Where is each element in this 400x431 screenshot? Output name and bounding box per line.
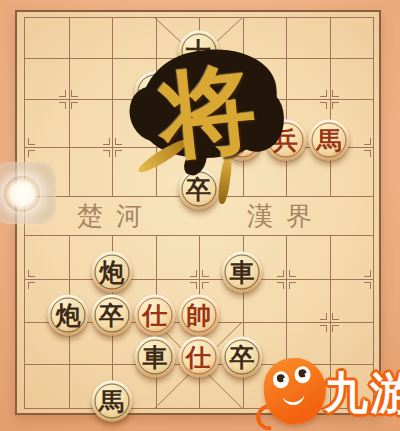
star-point-mark: [190, 138, 197, 145]
piece-glyph: 車: [230, 128, 255, 153]
star-point-mark: [202, 282, 209, 289]
star-point-mark: [71, 102, 78, 109]
star-point-mark: [28, 270, 35, 277]
star-point-mark: [332, 325, 339, 332]
board-cell: [25, 18, 69, 58]
piece-black-chariot[interactable]: 車: [135, 337, 176, 378]
piece-red-advisor[interactable]: 仕: [178, 337, 219, 378]
star-point-mark: [59, 90, 66, 97]
star-point-mark: [277, 282, 284, 289]
star-point-mark: [103, 138, 110, 145]
mascot-eye: [294, 366, 311, 384]
9game-watermark-text: 九游: [324, 364, 400, 423]
sparkle-effect-tile: [0, 162, 56, 224]
sparkle-glow-icon: [4, 176, 40, 212]
board-cell: [69, 18, 113, 58]
star-point-mark: [115, 150, 122, 157]
piece-red-horse[interactable]: 馬: [309, 120, 350, 161]
board-cell: [243, 18, 287, 58]
star-point-mark: [332, 102, 339, 109]
mascot-eye: [272, 371, 289, 389]
star-point-mark: [103, 150, 110, 157]
mascot-tail: [251, 399, 287, 431]
piece-glyph: 車: [143, 345, 168, 370]
star-point-mark: [71, 90, 78, 97]
piece-glyph: 將: [230, 80, 255, 105]
board-cell: [25, 364, 69, 408]
piece-red-chariot[interactable]: 車: [222, 120, 263, 161]
piece-black-cannon[interactable]: 炮: [48, 295, 89, 336]
piece-black-horse[interactable]: 馬: [91, 381, 132, 422]
piece-glyph: 兵: [273, 128, 298, 153]
star-point-mark: [202, 138, 209, 145]
piece-glyph: 卒: [186, 177, 211, 202]
piece-red-general[interactable]: 帥: [178, 295, 219, 336]
star-point-mark: [28, 138, 35, 145]
star-point-mark: [190, 270, 197, 277]
piece-black-soldier[interactable]: 卒: [91, 295, 132, 336]
piece-glyph: 士: [143, 80, 168, 105]
piece-glyph: 炮: [56, 303, 81, 328]
star-point-mark: [332, 313, 339, 320]
piece-black-advisor[interactable]: 士: [178, 31, 219, 72]
piece-glyph: 卒: [230, 345, 255, 370]
9game-watermark: 九游: [256, 352, 400, 431]
star-point-mark: [320, 90, 327, 97]
star-point-mark: [289, 270, 296, 277]
board-cell: [330, 196, 374, 235]
piece-black-cannon[interactable]: 炮: [91, 252, 132, 293]
piece-black-advisor[interactable]: 士: [135, 72, 176, 113]
game-screen: 楚河 漢界 士士將車兵馬卒炮車炮卒仕帥車仕卒馬 将 九游: [0, 0, 400, 431]
star-point-mark: [364, 138, 371, 145]
piece-glyph: 仕: [143, 303, 168, 328]
board-cell: [330, 18, 374, 58]
piece-glyph: 馬: [317, 128, 342, 153]
star-point-mark: [364, 150, 371, 157]
star-point-mark: [364, 270, 371, 277]
star-point-mark: [59, 102, 66, 109]
piece-glyph: 仕: [186, 345, 211, 370]
board-cell: [286, 18, 330, 58]
star-point-mark: [190, 150, 197, 157]
piece-glyph: 車: [230, 260, 255, 285]
star-point-mark: [320, 313, 327, 320]
star-point-mark: [115, 138, 122, 145]
star-point-mark: [320, 102, 327, 109]
star-point-mark: [190, 282, 197, 289]
9game-mascot-icon: [261, 355, 329, 426]
mascot-mouth: [282, 389, 305, 406]
star-point-mark: [202, 270, 209, 277]
piece-glyph: 士: [186, 39, 211, 64]
piece-red-advisor[interactable]: 仕: [135, 295, 176, 336]
piece-black-general[interactable]: 將: [222, 72, 263, 113]
river-label-han-jie: 漢界: [247, 199, 325, 234]
star-point-mark: [320, 325, 327, 332]
star-point-mark: [202, 150, 209, 157]
piece-glyph: 炮: [99, 260, 124, 285]
star-point-mark: [28, 150, 35, 157]
piece-glyph: 馬: [99, 389, 124, 414]
piece-black-chariot[interactable]: 車: [222, 252, 263, 293]
river-label-chu-he: 楚河: [77, 199, 155, 234]
piece-red-soldier[interactable]: 兵: [265, 120, 306, 161]
star-point-mark: [28, 282, 35, 289]
star-point-mark: [364, 282, 371, 289]
board-cell: [112, 18, 156, 58]
piece-glyph: 卒: [99, 303, 124, 328]
piece-glyph: 帥: [186, 303, 211, 328]
piece-black-soldier[interactable]: 卒: [178, 169, 219, 210]
star-point-mark: [277, 270, 284, 277]
star-point-mark: [332, 90, 339, 97]
star-point-mark: [289, 282, 296, 289]
